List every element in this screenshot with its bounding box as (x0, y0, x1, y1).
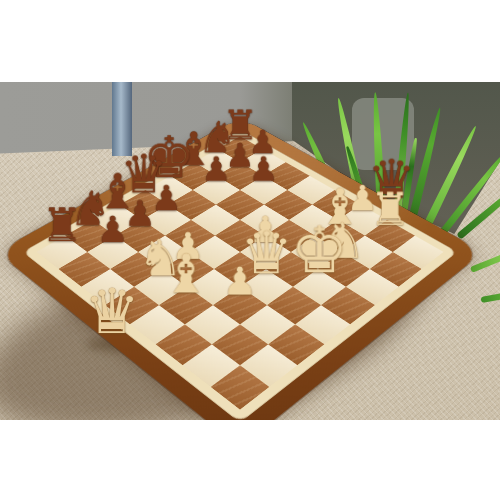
light-bishop[interactable]: ♝ (154, 248, 218, 305)
photo-scene: ♜♟♞♟♟♝♟♚♛♟♝♟♞♟♜♟♜♝♞♚♛♟♟♟♝♞♛ ♛ (0, 82, 500, 420)
dark-rook[interactable]: ♜ (32, 202, 92, 252)
light-extra-queen[interactable]: ♛ (80, 281, 144, 343)
